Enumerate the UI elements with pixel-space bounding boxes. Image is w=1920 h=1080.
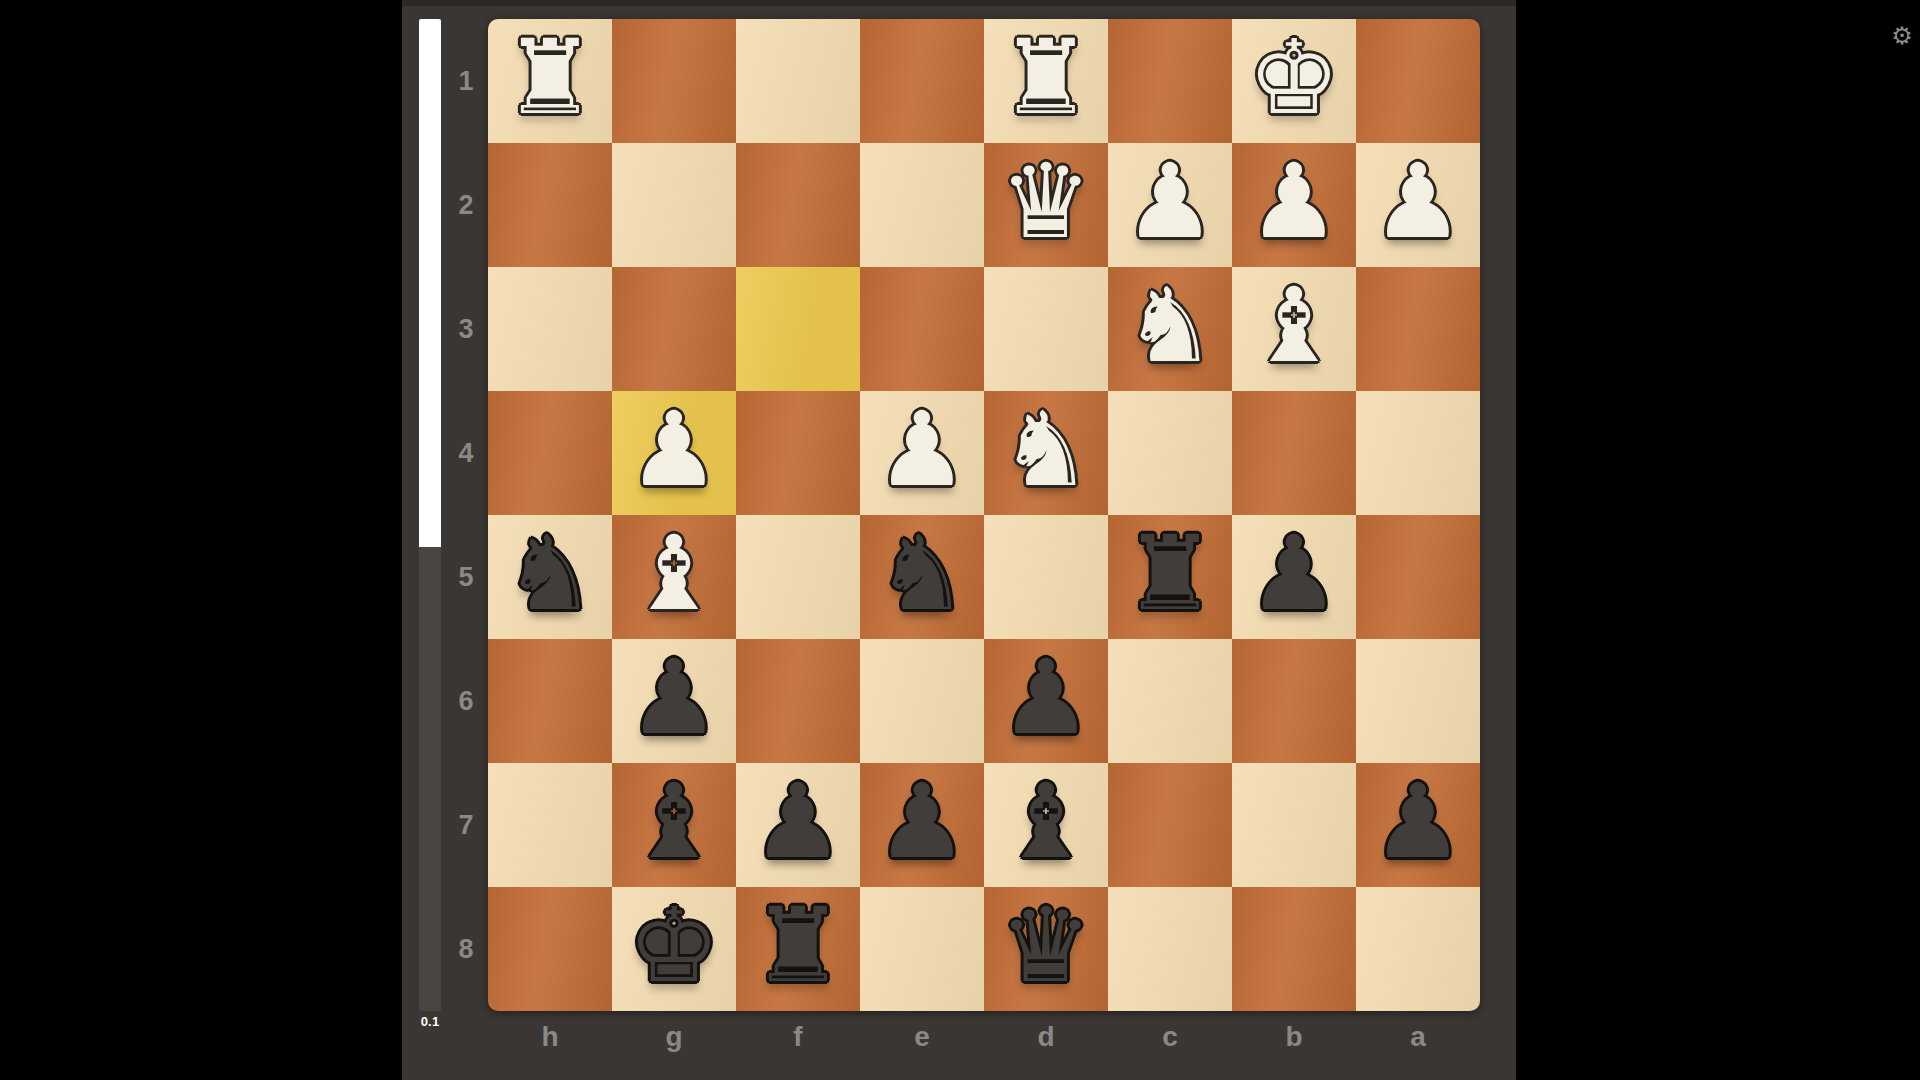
square-a3[interactable]	[1356, 267, 1480, 391]
evaluation-bar	[419, 19, 441, 1011]
square-f5[interactable]	[736, 515, 860, 639]
square-f4[interactable]	[736, 391, 860, 515]
square-c5[interactable]: ♜	[1108, 515, 1232, 639]
square-d6[interactable]: ♟	[984, 639, 1108, 763]
square-b3[interactable]: ♝	[1232, 267, 1356, 391]
square-d8[interactable]: ♛	[984, 887, 1108, 1011]
black-pawn-a7[interactable]: ♟	[1372, 770, 1464, 873]
square-b8[interactable]	[1232, 887, 1356, 1011]
evaluation-score: 0.1	[409, 1014, 451, 1029]
square-g2[interactable]	[612, 143, 736, 267]
white-knight-d4[interactable]: ♞	[1000, 398, 1092, 501]
black-pawn-b5[interactable]: ♟	[1248, 522, 1340, 625]
black-bishop-d7[interactable]: ♝	[1000, 770, 1092, 873]
black-pawn-g6[interactable]: ♟	[628, 646, 720, 749]
file-label-d: d	[984, 1013, 1108, 1061]
rank-label-8: 8	[447, 887, 485, 1011]
evaluation-bar-white-section	[419, 19, 441, 547]
rank-label-2: 2	[447, 143, 485, 267]
white-pawn-b2[interactable]: ♟	[1248, 150, 1340, 253]
white-pawn-e4[interactable]: ♟	[876, 398, 968, 501]
square-e6[interactable]	[860, 639, 984, 763]
square-b5[interactable]: ♟	[1232, 515, 1356, 639]
rank-label-1: 1	[447, 19, 485, 143]
white-queen-d2[interactable]: ♛	[1000, 150, 1092, 253]
square-h3[interactable]	[488, 267, 612, 391]
square-d7[interactable]: ♝	[984, 763, 1108, 887]
square-d1[interactable]: ♜	[984, 19, 1108, 143]
file-label-e: e	[860, 1013, 984, 1061]
square-a2[interactable]: ♟	[1356, 143, 1480, 267]
black-knight-h5[interactable]: ♞	[504, 522, 596, 625]
square-b4[interactable]	[1232, 391, 1356, 515]
square-g5[interactable]: ♝	[612, 515, 736, 639]
file-labels: hgfedcba	[488, 1013, 1480, 1061]
square-g6[interactable]: ♟	[612, 639, 736, 763]
file-label-b: b	[1232, 1013, 1356, 1061]
square-f2[interactable]	[736, 143, 860, 267]
square-g1[interactable]	[612, 19, 736, 143]
square-e2[interactable]	[860, 143, 984, 267]
square-a7[interactable]: ♟	[1356, 763, 1480, 887]
file-label-g: g	[612, 1013, 736, 1061]
white-pawn-c2[interactable]: ♟	[1124, 150, 1216, 253]
square-g8[interactable]: ♚	[612, 887, 736, 1011]
black-bishop-g7[interactable]: ♝	[628, 770, 720, 873]
white-bishop-b3[interactable]: ♝	[1248, 274, 1340, 377]
rank-label-6: 6	[447, 639, 485, 763]
square-h2[interactable]	[488, 143, 612, 267]
square-b7[interactable]	[1232, 763, 1356, 887]
square-f8[interactable]: ♜	[736, 887, 860, 1011]
square-d2[interactable]: ♛	[984, 143, 1108, 267]
square-b2[interactable]: ♟	[1232, 143, 1356, 267]
white-king-b1[interactable]: ♚	[1248, 26, 1340, 129]
square-h1[interactable]: ♜	[488, 19, 612, 143]
square-c3[interactable]: ♞	[1108, 267, 1232, 391]
black-pawn-f7[interactable]: ♟	[752, 770, 844, 873]
square-c7[interactable]	[1108, 763, 1232, 887]
app-window: 0.1 12345678 ♜♜♚♛♟♟♟♞♝♟♟♞♞♝♞♜♟♟♟♝♟♟♝♟♚♜♛…	[0, 0, 1920, 1080]
black-rook-c5[interactable]: ♜	[1124, 522, 1216, 625]
file-label-a: a	[1356, 1013, 1480, 1061]
black-king-g8[interactable]: ♚	[628, 894, 720, 997]
rank-label-3: 3	[447, 267, 485, 391]
black-pawn-e7[interactable]: ♟	[876, 770, 968, 873]
square-d3[interactable]	[984, 267, 1108, 391]
black-knight-e5[interactable]: ♞	[876, 522, 968, 625]
square-c4[interactable]	[1108, 391, 1232, 515]
square-e5[interactable]: ♞	[860, 515, 984, 639]
square-h6[interactable]	[488, 639, 612, 763]
white-pawn-a2[interactable]: ♟	[1372, 150, 1464, 253]
square-a6[interactable]	[1356, 639, 1480, 763]
square-e4[interactable]: ♟	[860, 391, 984, 515]
square-a4[interactable]	[1356, 391, 1480, 515]
square-c6[interactable]	[1108, 639, 1232, 763]
square-f7[interactable]: ♟	[736, 763, 860, 887]
square-h4[interactable]	[488, 391, 612, 515]
square-a1[interactable]	[1356, 19, 1480, 143]
white-rook-d1[interactable]: ♜	[1000, 26, 1092, 129]
square-h5[interactable]: ♞	[488, 515, 612, 639]
square-g4[interactable]: ♟	[612, 391, 736, 515]
black-rook-f8[interactable]: ♜	[752, 894, 844, 997]
square-g3[interactable]	[612, 267, 736, 391]
board-panel: 0.1 12345678 ♜♜♚♛♟♟♟♞♝♟♟♞♞♝♞♜♟♟♟♝♟♟♝♟♚♜♛…	[402, 0, 1516, 1080]
square-a8[interactable]	[1356, 887, 1480, 1011]
square-c1[interactable]	[1108, 19, 1232, 143]
square-g7[interactable]: ♝	[612, 763, 736, 887]
rank-label-5: 5	[447, 515, 485, 639]
square-e3[interactable]	[860, 267, 984, 391]
square-f1[interactable]	[736, 19, 860, 143]
white-pawn-g4[interactable]: ♟	[628, 398, 720, 501]
file-label-h: h	[488, 1013, 612, 1061]
square-f3[interactable]	[736, 267, 860, 391]
black-queen-d8[interactable]: ♛	[1000, 894, 1092, 997]
rank-label-4: 4	[447, 391, 485, 515]
square-b6[interactable]	[1232, 639, 1356, 763]
top-bar	[402, 0, 1516, 6]
square-f6[interactable]	[736, 639, 860, 763]
square-e1[interactable]	[860, 19, 984, 143]
white-rook-h1[interactable]: ♜	[504, 26, 596, 129]
black-pawn-d6[interactable]: ♟	[1000, 646, 1092, 749]
square-d5[interactable]	[984, 515, 1108, 639]
file-label-c: c	[1108, 1013, 1232, 1061]
square-e8[interactable]	[860, 887, 984, 1011]
board: ♜♜♚♛♟♟♟♞♝♟♟♞♞♝♞♜♟♟♟♝♟♟♝♟♚♜♛	[488, 19, 1480, 1011]
file-label-f: f	[736, 1013, 860, 1061]
square-h7[interactable]	[488, 763, 612, 887]
square-h8[interactable]	[488, 887, 612, 1011]
rank-label-7: 7	[447, 763, 485, 887]
square-e7[interactable]: ♟	[860, 763, 984, 887]
square-a5[interactable]	[1356, 515, 1480, 639]
white-bishop-g5[interactable]: ♝	[628, 522, 720, 625]
square-c2[interactable]: ♟	[1108, 143, 1232, 267]
rank-labels: 12345678	[447, 19, 485, 1011]
square-b1[interactable]: ♚	[1232, 19, 1356, 143]
gear-icon[interactable]: ⚙	[1888, 22, 1916, 50]
square-d4[interactable]: ♞	[984, 391, 1108, 515]
square-c8[interactable]	[1108, 887, 1232, 1011]
white-knight-c3[interactable]: ♞	[1124, 274, 1216, 377]
